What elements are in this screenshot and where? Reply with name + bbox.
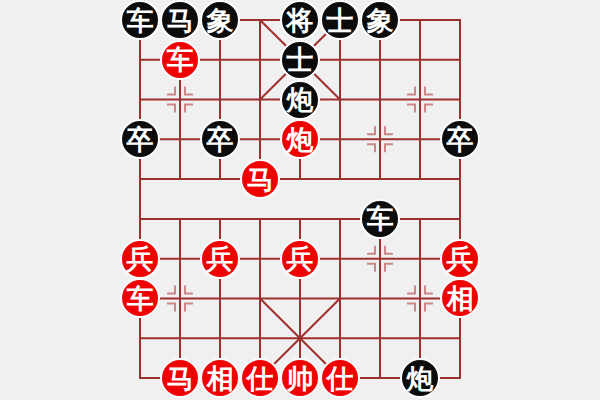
piece-black-general[interactable]: 将 <box>280 0 320 40</box>
piece-red-elephant[interactable]: 相 <box>200 358 240 398</box>
piece-black-advisor[interactable]: 士 <box>280 40 320 80</box>
piece-red-horse[interactable]: 马 <box>240 159 280 199</box>
piece-black-cannon[interactable]: 炮 <box>400 358 440 398</box>
xiangqi-board: 车马象将士象车士炮卒卒炮卒马车兵兵兵兵车相马相仕帅仕炮 <box>0 0 600 400</box>
piece-black-cannon[interactable]: 炮 <box>280 80 320 120</box>
piece-black-horse[interactable]: 马 <box>160 0 200 40</box>
piece-red-horse[interactable]: 马 <box>160 358 200 398</box>
piece-red-general[interactable]: 帅 <box>280 358 320 398</box>
piece-red-soldier[interactable]: 兵 <box>120 239 160 279</box>
piece-black-chariot[interactable]: 车 <box>120 0 160 40</box>
piece-red-soldier[interactable]: 兵 <box>440 239 480 279</box>
piece-red-soldier[interactable]: 兵 <box>200 239 240 279</box>
piece-black-advisor[interactable]: 士 <box>320 0 360 40</box>
piece-black-elephant[interactable]: 象 <box>200 0 240 40</box>
piece-red-advisor[interactable]: 仕 <box>320 358 360 398</box>
piece-black-elephant[interactable]: 象 <box>360 0 400 40</box>
piece-black-chariot[interactable]: 车 <box>360 199 400 239</box>
piece-red-advisor[interactable]: 仕 <box>240 358 280 398</box>
piece-red-chariot[interactable]: 车 <box>160 40 200 80</box>
piece-red-soldier[interactable]: 兵 <box>280 239 320 279</box>
